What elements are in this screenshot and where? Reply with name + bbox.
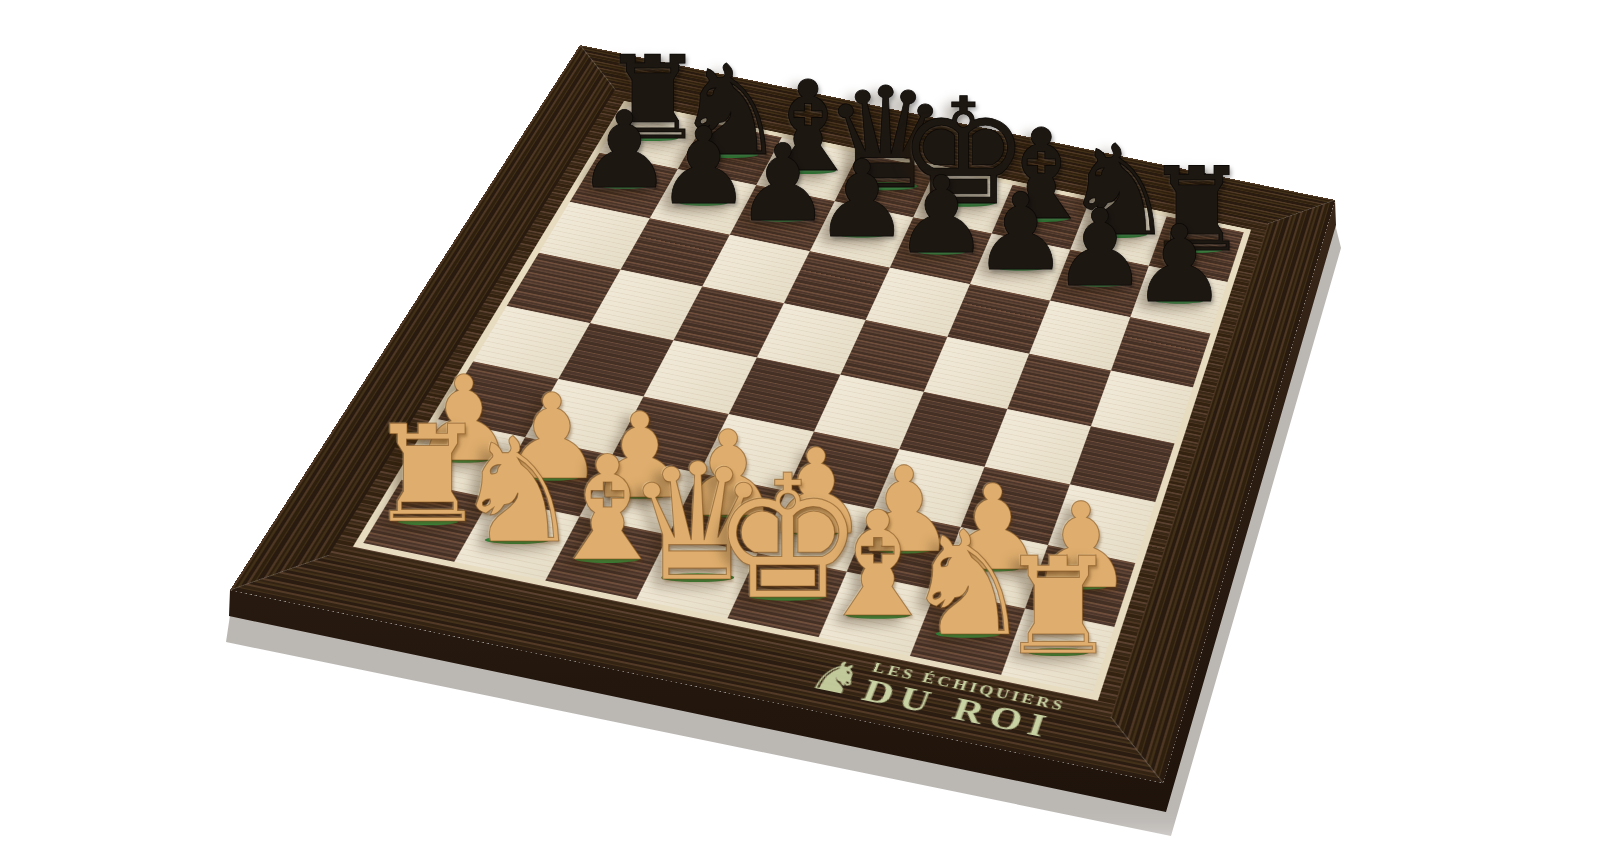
scene: ♞ LES ÉCHIQUIERS DU ROI ♜♞♝♛♚♝♞♜♟♟♟♟♟♟♟♟… — [0, 0, 1600, 845]
piece-white-rook-h1[interactable]: ♜ — [998, 539, 1118, 673]
piece-black-pawn-h7[interactable]: ♟ — [1132, 211, 1227, 317]
